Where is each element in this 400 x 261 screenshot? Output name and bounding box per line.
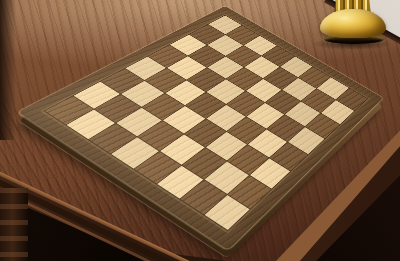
carved-table-leg [0, 188, 28, 261]
table-left-shadow [0, 0, 16, 140]
photo-scene [0, 0, 400, 261]
